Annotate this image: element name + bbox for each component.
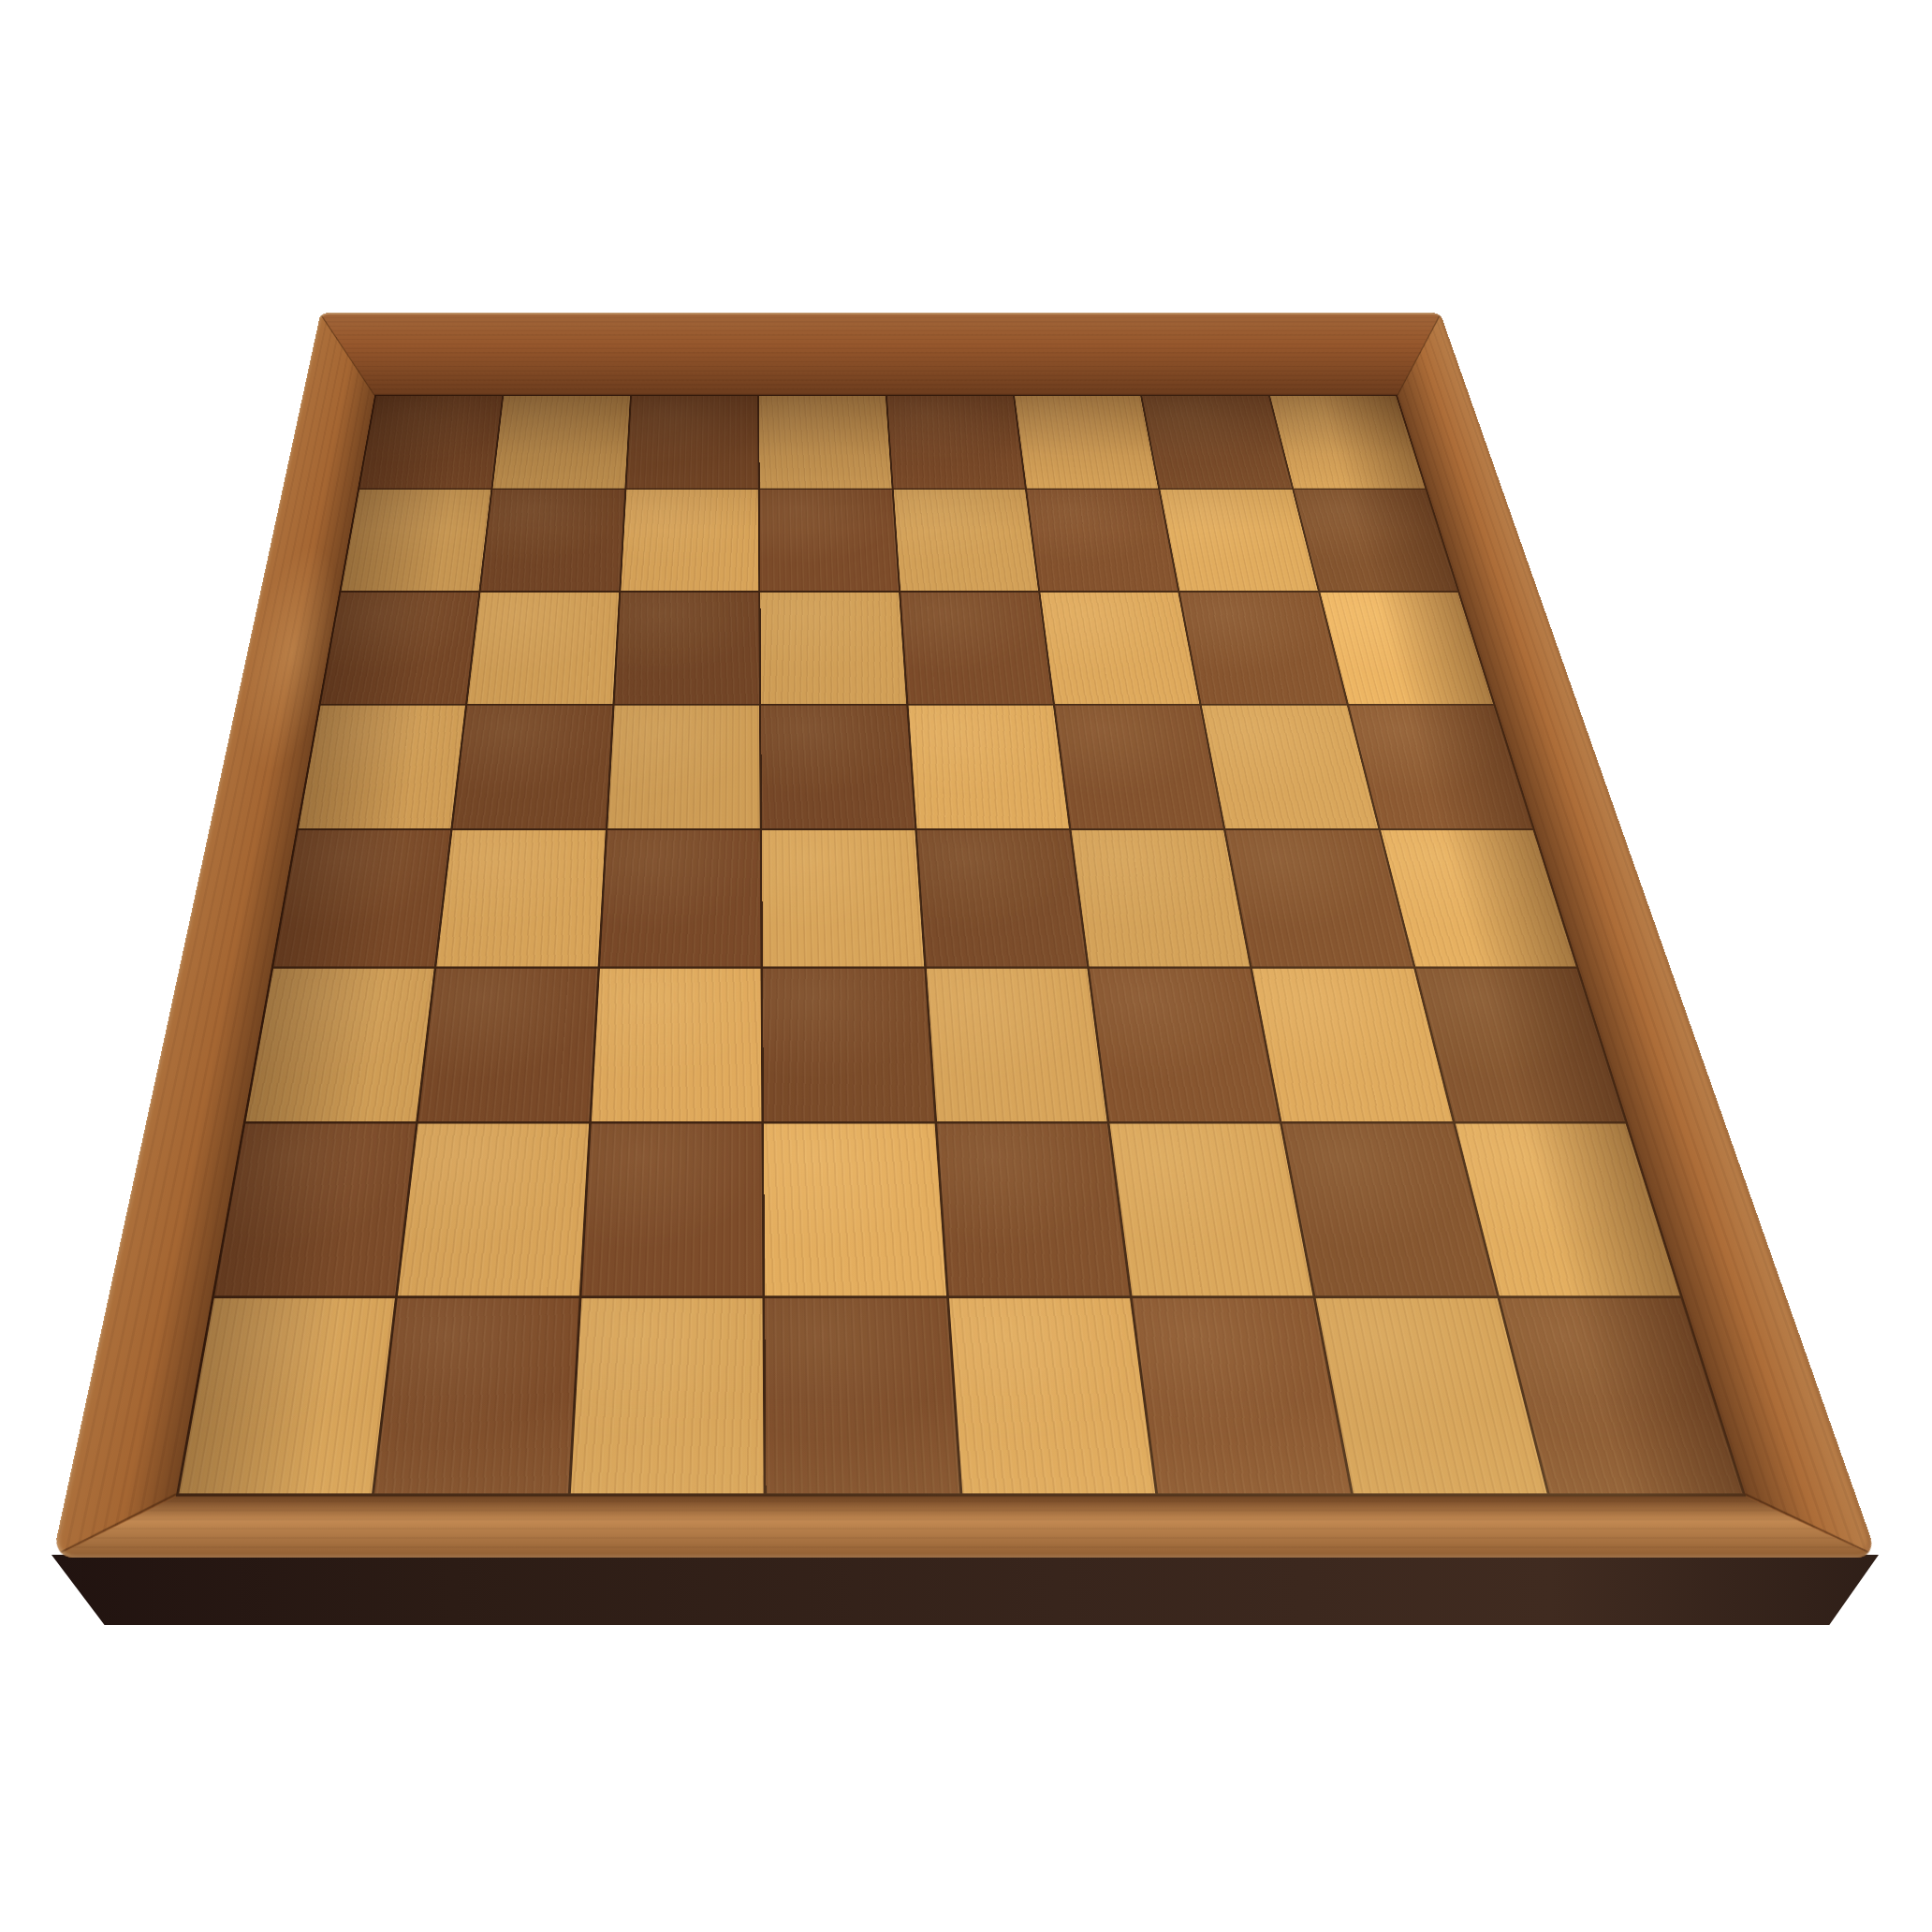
- square-d7: [760, 490, 899, 591]
- square-b8: [493, 396, 630, 489]
- square-f2: [1109, 1124, 1312, 1296]
- frame-bottom-rail: [52, 1497, 1878, 1558]
- square-e7: [893, 490, 1038, 591]
- square-d1: [765, 1298, 959, 1493]
- square-d6: [760, 593, 905, 704]
- square-f7: [1027, 490, 1178, 591]
- square-c5: [607, 705, 760, 827]
- square-b1: [374, 1298, 578, 1493]
- square-d8: [759, 396, 891, 489]
- square-e3: [926, 969, 1106, 1121]
- square-a2: [214, 1124, 416, 1296]
- square-a4: [273, 830, 450, 967]
- square-b2: [398, 1124, 589, 1296]
- square-f3: [1090, 969, 1280, 1121]
- square-f6: [1040, 593, 1199, 704]
- square-c1: [571, 1298, 764, 1493]
- square-e8: [887, 396, 1025, 489]
- square-a1: [179, 1298, 395, 1493]
- square-f5: [1055, 705, 1223, 827]
- square-f8: [1015, 396, 1158, 489]
- square-c7: [621, 490, 758, 591]
- square-c3: [592, 969, 762, 1121]
- square-a8: [359, 396, 502, 489]
- square-a7: [342, 490, 491, 591]
- square-d4: [762, 830, 924, 967]
- chessboard: [52, 313, 1878, 1558]
- square-f4: [1071, 830, 1250, 967]
- square-d3: [763, 969, 934, 1121]
- square-e4: [916, 830, 1087, 967]
- square-h8: [1270, 396, 1426, 489]
- square-b5: [453, 705, 612, 827]
- square-a3: [246, 969, 434, 1121]
- square-b6: [468, 593, 619, 704]
- square-d5: [761, 705, 915, 827]
- square-a6: [321, 593, 479, 704]
- square-c8: [626, 396, 758, 489]
- square-c4: [600, 830, 761, 967]
- square-b7: [481, 490, 624, 591]
- square-d2: [764, 1124, 945, 1296]
- square-e1: [949, 1298, 1155, 1493]
- frame-top-rail: [303, 313, 1470, 394]
- product-photo: [0, 0, 1932, 1932]
- square-f1: [1133, 1298, 1351, 1493]
- square-e5: [908, 705, 1069, 827]
- square-c2: [581, 1124, 762, 1296]
- square-e2: [937, 1124, 1130, 1296]
- board-front-edge: [51, 1555, 1879, 1625]
- square-g8: [1142, 396, 1291, 489]
- square-b3: [418, 969, 597, 1121]
- square-a5: [299, 705, 465, 827]
- square-b4: [437, 830, 606, 967]
- square-g5: [1202, 705, 1378, 827]
- square-g6: [1180, 593, 1346, 704]
- square-e6: [900, 593, 1053, 704]
- square-g7: [1161, 490, 1318, 591]
- square-c6: [614, 593, 759, 704]
